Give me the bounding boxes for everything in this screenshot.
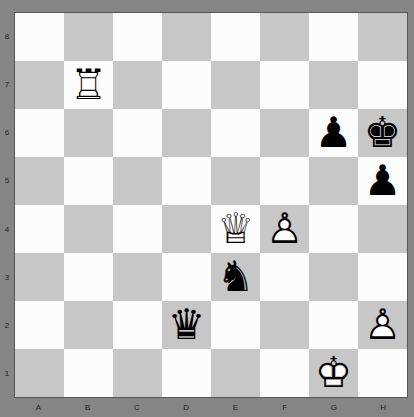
- square-c3[interactable]: [113, 253, 162, 301]
- square-a2[interactable]: [15, 301, 64, 349]
- square-c7[interactable]: [113, 61, 162, 109]
- piece-black-king-h6[interactable]: ♚: [358, 109, 407, 157]
- square-f1[interactable]: [260, 349, 309, 397]
- square-d3[interactable]: [162, 253, 211, 301]
- square-c4[interactable]: [113, 205, 162, 253]
- file-label-g: G: [310, 398, 359, 417]
- rank-label-4: 4: [0, 205, 14, 253]
- square-b7[interactable]: ♜♖: [64, 61, 113, 109]
- square-g8[interactable]: [309, 13, 358, 61]
- square-e8[interactable]: [211, 13, 260, 61]
- square-b3[interactable]: [64, 253, 113, 301]
- white-pawn-glyph: ♙: [364, 304, 402, 346]
- square-a6[interactable]: [15, 109, 64, 157]
- square-e3[interactable]: ♞: [211, 253, 260, 301]
- square-d2[interactable]: ♛: [162, 301, 211, 349]
- white-king-glyph: ♔: [315, 352, 353, 394]
- piece-black-knight-e3[interactable]: ♞: [211, 253, 260, 301]
- square-d6[interactable]: [162, 109, 211, 157]
- square-b6[interactable]: [64, 109, 113, 157]
- piece-black-queen-d2[interactable]: ♛: [162, 301, 211, 349]
- file-label-h: H: [359, 398, 408, 417]
- square-h6[interactable]: ♚: [358, 109, 407, 157]
- square-h2[interactable]: ♟♙: [358, 301, 407, 349]
- square-c8[interactable]: [113, 13, 162, 61]
- square-c1[interactable]: [113, 349, 162, 397]
- square-g7[interactable]: [309, 61, 358, 109]
- file-labels: ABCDEFGH: [14, 398, 408, 417]
- square-e4[interactable]: ♛♕: [211, 205, 260, 253]
- square-g6[interactable]: ♟: [309, 109, 358, 157]
- square-d1[interactable]: [162, 349, 211, 397]
- square-g4[interactable]: [309, 205, 358, 253]
- white-queen-glyph: ♕: [217, 208, 255, 250]
- rank-label-1: 1: [0, 350, 14, 398]
- file-label-e: E: [211, 398, 260, 417]
- chess-diagram: 87654321 ♜♖♟♚♟♛♕♟♙♞♛♟♙♚♔ ABCDEFGH: [0, 0, 414, 417]
- piece-white-pawn-h2[interactable]: ♟♙: [358, 301, 407, 349]
- rank-label-6: 6: [0, 109, 14, 157]
- square-g2[interactable]: [309, 301, 358, 349]
- file-label-f: F: [260, 398, 309, 417]
- square-b5[interactable]: [64, 157, 113, 205]
- piece-white-rook-b7[interactable]: ♜♖: [64, 61, 113, 109]
- square-f7[interactable]: [260, 61, 309, 109]
- file-label-b: B: [63, 398, 112, 417]
- square-e2[interactable]: [211, 301, 260, 349]
- square-b2[interactable]: [64, 301, 113, 349]
- white-pawn-glyph: ♙: [266, 208, 304, 250]
- square-a3[interactable]: [15, 253, 64, 301]
- file-label-a: A: [14, 398, 63, 417]
- rank-label-8: 8: [0, 12, 14, 60]
- square-c5[interactable]: [113, 157, 162, 205]
- square-d8[interactable]: [162, 13, 211, 61]
- square-e5[interactable]: [211, 157, 260, 205]
- square-b8[interactable]: [64, 13, 113, 61]
- square-a7[interactable]: [15, 61, 64, 109]
- square-f3[interactable]: [260, 253, 309, 301]
- square-c6[interactable]: [113, 109, 162, 157]
- black-queen-glyph: ♛: [168, 304, 206, 346]
- square-g1[interactable]: ♚♔: [309, 349, 358, 397]
- square-f4[interactable]: ♟♙: [260, 205, 309, 253]
- file-label-c: C: [113, 398, 162, 417]
- square-e7[interactable]: [211, 61, 260, 109]
- black-pawn-glyph: ♟: [364, 160, 402, 202]
- black-pawn-glyph: ♟: [315, 112, 353, 154]
- square-f8[interactable]: [260, 13, 309, 61]
- piece-white-king-g1[interactable]: ♚♔: [309, 349, 358, 397]
- square-h7[interactable]: [358, 61, 407, 109]
- square-h3[interactable]: [358, 253, 407, 301]
- rank-label-2: 2: [0, 302, 14, 350]
- square-b4[interactable]: [64, 205, 113, 253]
- square-h5[interactable]: ♟: [358, 157, 407, 205]
- file-label-d: D: [162, 398, 211, 417]
- piece-black-pawn-h5[interactable]: ♟: [358, 157, 407, 205]
- square-f2[interactable]: [260, 301, 309, 349]
- square-d5[interactable]: [162, 157, 211, 205]
- piece-white-pawn-f4[interactable]: ♟♙: [260, 205, 309, 253]
- black-knight-glyph: ♞: [217, 256, 255, 298]
- square-d7[interactable]: [162, 61, 211, 109]
- square-a5[interactable]: [15, 157, 64, 205]
- piece-white-queen-e4[interactable]: ♛♕: [211, 205, 260, 253]
- square-h1[interactable]: [358, 349, 407, 397]
- square-h4[interactable]: [358, 205, 407, 253]
- chess-board: ♜♖♟♚♟♛♕♟♙♞♛♟♙♚♔: [14, 12, 408, 398]
- square-a1[interactable]: [15, 349, 64, 397]
- square-e6[interactable]: [211, 109, 260, 157]
- white-rook-glyph: ♖: [70, 64, 108, 106]
- square-g5[interactable]: [309, 157, 358, 205]
- square-c2[interactable]: [113, 301, 162, 349]
- square-a4[interactable]: [15, 205, 64, 253]
- rank-labels: 87654321: [0, 12, 14, 398]
- black-king-glyph: ♚: [364, 112, 402, 154]
- square-f5[interactable]: [260, 157, 309, 205]
- rank-label-5: 5: [0, 157, 14, 205]
- square-g3[interactable]: [309, 253, 358, 301]
- square-b1[interactable]: [64, 349, 113, 397]
- square-e1[interactable]: [211, 349, 260, 397]
- square-h8[interactable]: [358, 13, 407, 61]
- piece-black-pawn-g6[interactable]: ♟: [309, 109, 358, 157]
- square-d4[interactable]: [162, 205, 211, 253]
- rank-label-7: 7: [0, 60, 14, 108]
- rank-label-3: 3: [0, 253, 14, 301]
- square-a8[interactable]: [15, 13, 64, 61]
- square-f6[interactable]: [260, 109, 309, 157]
